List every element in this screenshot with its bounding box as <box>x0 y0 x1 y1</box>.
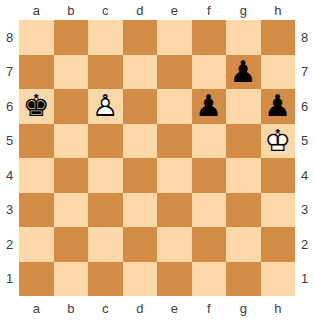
rank-label-right-6: 6 <box>295 89 314 124</box>
file-label-top-g: g <box>226 0 261 20</box>
black-king-glyph: ♚ <box>19 89 54 124</box>
file-label-top-h: h <box>261 0 296 20</box>
square-a7[interactable] <box>19 55 54 90</box>
rank-label-right-1: 1 <box>295 262 314 297</box>
rank-label-left-2: 2 <box>0 227 19 262</box>
rank-label-left-4: 4 <box>0 158 19 193</box>
square-h4[interactable] <box>261 158 296 193</box>
black-pawn-glyph: ♟ <box>261 89 296 124</box>
square-e7[interactable] <box>157 55 192 90</box>
square-b4[interactable] <box>54 158 89 193</box>
black-pawn-piece[interactable]: ♟ <box>192 89 227 124</box>
black-pawn-glyph: ♟ <box>192 89 227 124</box>
square-b6[interactable] <box>54 89 89 124</box>
black-pawn-glyph: ♟ <box>226 55 261 90</box>
rank-label-right-5: 5 <box>295 124 314 159</box>
rank-label-left-7: 7 <box>0 55 19 90</box>
square-b1[interactable] <box>54 262 89 297</box>
white-pawn-glyph: ♙ <box>88 89 123 124</box>
rank-label-right-7: 7 <box>295 55 314 90</box>
rank-label-left-8: 8 <box>0 20 19 55</box>
square-d8[interactable] <box>123 20 158 55</box>
square-h3[interactable] <box>261 193 296 228</box>
square-c2[interactable] <box>88 227 123 262</box>
square-c3[interactable] <box>88 193 123 228</box>
square-h5[interactable]: ♚♔ <box>261 124 296 159</box>
square-g8[interactable] <box>226 20 261 55</box>
square-c4[interactable] <box>88 158 123 193</box>
square-g7[interactable]: ♟ <box>226 55 261 90</box>
square-h7[interactable] <box>261 55 296 90</box>
square-b3[interactable] <box>54 193 89 228</box>
white-king-piece[interactable]: ♚♔ <box>261 124 296 159</box>
square-a8[interactable] <box>19 20 54 55</box>
file-label-bottom-a: a <box>19 296 54 320</box>
file-label-bottom-e: e <box>157 296 192 320</box>
file-label-top-a: a <box>19 0 54 20</box>
black-pawn-piece[interactable]: ♟ <box>261 89 296 124</box>
square-f7[interactable] <box>192 55 227 90</box>
square-f6[interactable]: ♟ <box>192 89 227 124</box>
square-b7[interactable] <box>54 55 89 90</box>
file-label-bottom-d: d <box>123 296 158 320</box>
black-pawn-piece[interactable]: ♟ <box>226 55 261 90</box>
square-c5[interactable] <box>88 124 123 159</box>
black-king-piece[interactable]: ♚ <box>19 89 54 124</box>
square-c1[interactable] <box>88 262 123 297</box>
rank-label-left-1: 1 <box>0 262 19 297</box>
file-label-top-c: c <box>88 0 123 20</box>
rank-labels-left: 87654321 <box>0 20 19 296</box>
square-b5[interactable] <box>54 124 89 159</box>
square-f5[interactable] <box>192 124 227 159</box>
rank-label-left-3: 3 <box>0 193 19 228</box>
square-a1[interactable] <box>19 262 54 297</box>
square-g2[interactable] <box>226 227 261 262</box>
square-g6[interactable] <box>226 89 261 124</box>
file-label-bottom-c: c <box>88 296 123 320</box>
square-f1[interactable] <box>192 262 227 297</box>
square-c7[interactable] <box>88 55 123 90</box>
chess-diagram: abcdefgh 87654321 ♟♚♟♙♟♟♚♔ 87654321 abcd… <box>0 0 314 320</box>
square-a3[interactable] <box>19 193 54 228</box>
square-h2[interactable] <box>261 227 296 262</box>
square-d5[interactable] <box>123 124 158 159</box>
square-e2[interactable] <box>157 227 192 262</box>
rank-label-left-6: 6 <box>0 89 19 124</box>
square-e6[interactable] <box>157 89 192 124</box>
square-c6[interactable]: ♟♙ <box>88 89 123 124</box>
square-d2[interactable] <box>123 227 158 262</box>
square-h8[interactable] <box>261 20 296 55</box>
square-e3[interactable] <box>157 193 192 228</box>
square-f4[interactable] <box>192 158 227 193</box>
square-e4[interactable] <box>157 158 192 193</box>
file-label-top-e: e <box>157 0 192 20</box>
square-b8[interactable] <box>54 20 89 55</box>
square-h6[interactable]: ♟ <box>261 89 296 124</box>
file-labels-top: abcdefgh <box>19 0 295 20</box>
file-label-top-f: f <box>192 0 227 20</box>
white-king-glyph: ♔ <box>261 124 296 159</box>
file-label-bottom-h: h <box>261 296 296 320</box>
square-g4[interactable] <box>226 158 261 193</box>
file-label-bottom-f: f <box>192 296 227 320</box>
square-h1[interactable] <box>261 262 296 297</box>
square-d3[interactable] <box>123 193 158 228</box>
square-a6[interactable]: ♚ <box>19 89 54 124</box>
square-e1[interactable] <box>157 262 192 297</box>
square-c8[interactable] <box>88 20 123 55</box>
file-label-bottom-b: b <box>54 296 89 320</box>
rank-label-left-5: 5 <box>0 124 19 159</box>
file-label-top-d: d <box>123 0 158 20</box>
square-e8[interactable] <box>157 20 192 55</box>
rank-label-right-2: 2 <box>295 227 314 262</box>
square-f3[interactable] <box>192 193 227 228</box>
rank-labels-right: 87654321 <box>295 20 314 296</box>
rank-label-right-8: 8 <box>295 20 314 55</box>
square-d7[interactable] <box>123 55 158 90</box>
square-d1[interactable] <box>123 262 158 297</box>
square-g5[interactable] <box>226 124 261 159</box>
square-f2[interactable] <box>192 227 227 262</box>
rank-label-right-4: 4 <box>295 158 314 193</box>
rank-label-right-3: 3 <box>295 193 314 228</box>
square-a5[interactable] <box>19 124 54 159</box>
square-d6[interactable] <box>123 89 158 124</box>
square-a4[interactable] <box>19 158 54 193</box>
square-f8[interactable] <box>192 20 227 55</box>
square-g3[interactable] <box>226 193 261 228</box>
chess-board: ♟♚♟♙♟♟♚♔ <box>19 20 295 296</box>
square-g1[interactable] <box>226 262 261 297</box>
square-e5[interactable] <box>157 124 192 159</box>
white-pawn-piece[interactable]: ♟♙ <box>88 89 123 124</box>
square-b2[interactable] <box>54 227 89 262</box>
file-label-bottom-g: g <box>226 296 261 320</box>
file-label-top-b: b <box>54 0 89 20</box>
square-a2[interactable] <box>19 227 54 262</box>
square-d4[interactable] <box>123 158 158 193</box>
file-labels-bottom: abcdefgh <box>19 296 295 320</box>
